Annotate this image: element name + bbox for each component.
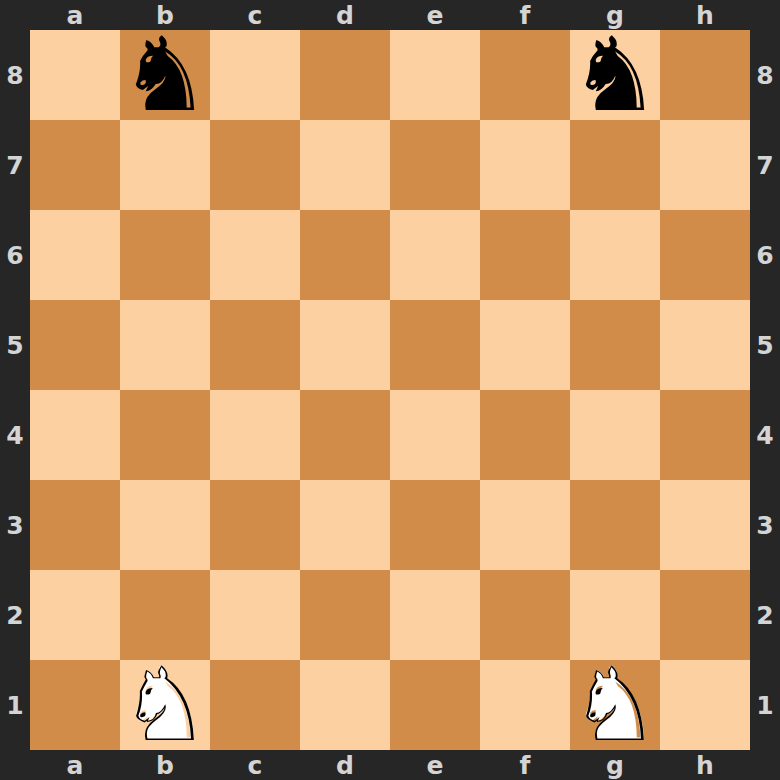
rank-label-right-6: 6 xyxy=(750,210,780,300)
square-d5[interactable] xyxy=(300,300,390,390)
square-g1[interactable]: ♞♘ xyxy=(570,660,660,750)
black-knight-glyph: ♞ xyxy=(120,30,210,120)
square-h3[interactable] xyxy=(660,480,750,570)
file-label-bottom-c: c xyxy=(210,750,300,780)
file-label-bottom-e: e xyxy=(390,750,480,780)
square-e8[interactable] xyxy=(390,30,480,120)
rank-label-left-2: 2 xyxy=(0,570,30,660)
file-label-top-e: e xyxy=(390,0,480,30)
rank-label-left-3: 3 xyxy=(0,480,30,570)
rank-label-right-4: 4 xyxy=(750,390,780,480)
square-c2[interactable] xyxy=(210,570,300,660)
file-label-top-h: h xyxy=(660,0,750,30)
file-label-top-c: c xyxy=(210,0,300,30)
square-a7[interactable] xyxy=(30,120,120,210)
square-h5[interactable] xyxy=(660,300,750,390)
square-h7[interactable] xyxy=(660,120,750,210)
frame-corner-top-right xyxy=(750,0,780,30)
square-a6[interactable] xyxy=(30,210,120,300)
square-a4[interactable] xyxy=(30,390,120,480)
square-d8[interactable] xyxy=(300,30,390,120)
square-d6[interactable] xyxy=(300,210,390,300)
rank-label-right-8: 8 xyxy=(750,30,780,120)
rank-label-right-7: 7 xyxy=(750,120,780,210)
square-a8[interactable] xyxy=(30,30,120,120)
square-b4[interactable] xyxy=(120,390,210,480)
square-h2[interactable] xyxy=(660,570,750,660)
square-c3[interactable] xyxy=(210,480,300,570)
square-f2[interactable] xyxy=(480,570,570,660)
file-label-top-d: d xyxy=(300,0,390,30)
frame-corner-bottom-right xyxy=(750,750,780,780)
square-e6[interactable] xyxy=(390,210,480,300)
rank-label-left-1: 1 xyxy=(0,660,30,750)
square-f4[interactable] xyxy=(480,390,570,480)
chessboard: abcdefgh8♞♞87766554433221♞♘♞♘1abcdefgh xyxy=(0,0,780,780)
square-f3[interactable] xyxy=(480,480,570,570)
square-g6[interactable] xyxy=(570,210,660,300)
square-e2[interactable] xyxy=(390,570,480,660)
square-h1[interactable] xyxy=(660,660,750,750)
file-label-top-a: a xyxy=(30,0,120,30)
black-knight-b8[interactable]: ♞ xyxy=(120,30,210,120)
frame-corner-bottom-left xyxy=(0,750,30,780)
rank-label-right-1: 1 xyxy=(750,660,780,750)
rank-label-left-6: 6 xyxy=(0,210,30,300)
square-b5[interactable] xyxy=(120,300,210,390)
white-knight-b1[interactable]: ♞♘ xyxy=(120,660,210,750)
white-knight-g1[interactable]: ♞♘ xyxy=(570,660,660,750)
rank-label-right-5: 5 xyxy=(750,300,780,390)
black-knight-g8[interactable]: ♞ xyxy=(570,30,660,120)
square-e1[interactable] xyxy=(390,660,480,750)
rank-label-left-7: 7 xyxy=(0,120,30,210)
square-d7[interactable] xyxy=(300,120,390,210)
file-label-bottom-a: a xyxy=(30,750,120,780)
square-g3[interactable] xyxy=(570,480,660,570)
black-knight-glyph: ♞ xyxy=(570,30,660,120)
square-b7[interactable] xyxy=(120,120,210,210)
square-b3[interactable] xyxy=(120,480,210,570)
rank-label-right-2: 2 xyxy=(750,570,780,660)
rank-label-left-8: 8 xyxy=(0,30,30,120)
white-knight-outline-glyph: ♘ xyxy=(120,660,210,750)
square-a2[interactable] xyxy=(30,570,120,660)
square-d4[interactable] xyxy=(300,390,390,480)
white-knight-outline-glyph: ♘ xyxy=(570,660,660,750)
square-e3[interactable] xyxy=(390,480,480,570)
square-h4[interactable] xyxy=(660,390,750,480)
file-label-top-f: f xyxy=(480,0,570,30)
square-g4[interactable] xyxy=(570,390,660,480)
square-c6[interactable] xyxy=(210,210,300,300)
rank-label-right-3: 3 xyxy=(750,480,780,570)
square-c8[interactable] xyxy=(210,30,300,120)
square-f8[interactable] xyxy=(480,30,570,120)
square-a5[interactable] xyxy=(30,300,120,390)
square-b8[interactable]: ♞ xyxy=(120,30,210,120)
square-g5[interactable] xyxy=(570,300,660,390)
square-f5[interactable] xyxy=(480,300,570,390)
square-b6[interactable] xyxy=(120,210,210,300)
square-h8[interactable] xyxy=(660,30,750,120)
square-d3[interactable] xyxy=(300,480,390,570)
file-label-bottom-h: h xyxy=(660,750,750,780)
square-c5[interactable] xyxy=(210,300,300,390)
square-e4[interactable] xyxy=(390,390,480,480)
file-label-bottom-f: f xyxy=(480,750,570,780)
square-f1[interactable] xyxy=(480,660,570,750)
square-f6[interactable] xyxy=(480,210,570,300)
square-b1[interactable]: ♞♘ xyxy=(120,660,210,750)
square-e5[interactable] xyxy=(390,300,480,390)
rank-label-left-5: 5 xyxy=(0,300,30,390)
square-a3[interactable] xyxy=(30,480,120,570)
square-c7[interactable] xyxy=(210,120,300,210)
square-c4[interactable] xyxy=(210,390,300,480)
frame-corner-top-left xyxy=(0,0,30,30)
square-a1[interactable] xyxy=(30,660,120,750)
square-h6[interactable] xyxy=(660,210,750,300)
square-f7[interactable] xyxy=(480,120,570,210)
square-g7[interactable] xyxy=(570,120,660,210)
square-d1[interactable] xyxy=(300,660,390,750)
square-c1[interactable] xyxy=(210,660,300,750)
square-g8[interactable]: ♞ xyxy=(570,30,660,120)
rank-label-left-4: 4 xyxy=(0,390,30,480)
file-label-bottom-d: d xyxy=(300,750,390,780)
square-e7[interactable] xyxy=(390,120,480,210)
square-d2[interactable] xyxy=(300,570,390,660)
